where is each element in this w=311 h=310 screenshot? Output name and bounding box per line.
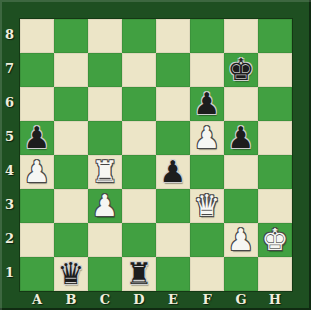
square-a1[interactable]	[20, 257, 54, 291]
square-c2[interactable]	[88, 223, 122, 257]
piece-white-rook-c4[interactable]: ♜	[88, 155, 122, 189]
square-g7[interactable]: ♚	[224, 53, 258, 87]
square-f4[interactable]	[190, 155, 224, 189]
square-f2[interactable]	[190, 223, 224, 257]
piece-black-pawn-a5[interactable]: ♟	[20, 121, 54, 155]
file-label-a: A	[20, 292, 54, 309]
square-c5[interactable]	[88, 121, 122, 155]
square-a6[interactable]	[20, 87, 54, 121]
square-a2[interactable]	[20, 223, 54, 257]
file-label-c: C	[88, 292, 122, 309]
square-d5[interactable]	[122, 121, 156, 155]
square-b7[interactable]	[54, 53, 88, 87]
square-a8[interactable]	[20, 19, 54, 53]
square-g6[interactable]	[224, 87, 258, 121]
rank-label-4: 4	[0, 154, 19, 188]
square-e1[interactable]	[156, 257, 190, 291]
file-label-d: D	[122, 292, 156, 309]
piece-black-rook-d1[interactable]: ♜	[122, 257, 156, 291]
square-c7[interactable]	[88, 53, 122, 87]
square-f6[interactable]: ♟	[190, 87, 224, 121]
square-e4[interactable]: ♟	[156, 155, 190, 189]
piece-black-king-g7[interactable]: ♚	[224, 53, 258, 87]
square-h3[interactable]	[258, 189, 292, 223]
square-c4[interactable]: ♜	[88, 155, 122, 189]
piece-white-king-h2[interactable]: ♚	[258, 223, 292, 257]
square-e5[interactable]	[156, 121, 190, 155]
rank-label-2: 2	[0, 222, 19, 256]
rank-label-7: 7	[0, 52, 19, 86]
square-g2[interactable]: ♟	[224, 223, 258, 257]
square-f5[interactable]: ♟	[190, 121, 224, 155]
square-g4[interactable]	[224, 155, 258, 189]
file-label-f: F	[190, 292, 224, 309]
piece-white-pawn-g2[interactable]: ♟	[224, 223, 258, 257]
file-label-e: E	[156, 292, 190, 309]
square-h4[interactable]	[258, 155, 292, 189]
chess-board-frame: ♚♟♟♟♟♟♜♟♟♛♟♚♛♜ 87654321 ABCDEFGH	[0, 0, 311, 310]
piece-black-queen-b1[interactable]: ♛	[54, 257, 88, 291]
square-c1[interactable]	[88, 257, 122, 291]
square-h7[interactable]	[258, 53, 292, 87]
square-d6[interactable]	[122, 87, 156, 121]
square-b8[interactable]	[54, 19, 88, 53]
square-g5[interactable]: ♟	[224, 121, 258, 155]
piece-white-pawn-f5[interactable]: ♟	[190, 121, 224, 155]
square-b2[interactable]	[54, 223, 88, 257]
piece-white-pawn-c3[interactable]: ♟	[88, 189, 122, 223]
square-b1[interactable]: ♛	[54, 257, 88, 291]
rank-label-5: 5	[0, 120, 19, 154]
rank-label-8: 8	[0, 18, 19, 52]
rank-label-3: 3	[0, 188, 19, 222]
square-d2[interactable]	[122, 223, 156, 257]
square-b5[interactable]	[54, 121, 88, 155]
square-g1[interactable]	[224, 257, 258, 291]
piece-black-pawn-g5[interactable]: ♟	[224, 121, 258, 155]
square-h5[interactable]	[258, 121, 292, 155]
square-h1[interactable]	[258, 257, 292, 291]
square-c3[interactable]: ♟	[88, 189, 122, 223]
square-f8[interactable]	[190, 19, 224, 53]
square-e6[interactable]	[156, 87, 190, 121]
square-a7[interactable]	[20, 53, 54, 87]
file-label-h: H	[258, 292, 292, 309]
square-g8[interactable]	[224, 19, 258, 53]
square-d4[interactable]	[122, 155, 156, 189]
piece-black-pawn-f6[interactable]: ♟	[190, 87, 224, 121]
square-e8[interactable]	[156, 19, 190, 53]
rank-label-6: 6	[0, 86, 19, 120]
file-label-g: G	[224, 292, 258, 309]
square-d7[interactable]	[122, 53, 156, 87]
square-d1[interactable]: ♜	[122, 257, 156, 291]
square-e7[interactable]	[156, 53, 190, 87]
square-f7[interactable]	[190, 53, 224, 87]
square-d8[interactable]	[122, 19, 156, 53]
square-c6[interactable]	[88, 87, 122, 121]
rank-label-1: 1	[0, 256, 19, 290]
chess-board: ♚♟♟♟♟♟♜♟♟♛♟♚♛♜	[19, 18, 293, 292]
square-a3[interactable]	[20, 189, 54, 223]
square-f1[interactable]	[190, 257, 224, 291]
square-h8[interactable]	[258, 19, 292, 53]
square-b4[interactable]	[54, 155, 88, 189]
square-a4[interactable]: ♟	[20, 155, 54, 189]
square-a5[interactable]: ♟	[20, 121, 54, 155]
square-b3[interactable]	[54, 189, 88, 223]
square-e3[interactable]	[156, 189, 190, 223]
square-g3[interactable]	[224, 189, 258, 223]
piece-white-pawn-a4[interactable]: ♟	[20, 155, 54, 189]
piece-black-pawn-e4[interactable]: ♟	[156, 155, 190, 189]
square-h2[interactable]: ♚	[258, 223, 292, 257]
square-b6[interactable]	[54, 87, 88, 121]
square-h6[interactable]	[258, 87, 292, 121]
piece-white-queen-f3[interactable]: ♛	[190, 189, 224, 223]
square-c8[interactable]	[88, 19, 122, 53]
file-label-b: B	[54, 292, 88, 309]
square-e2[interactable]	[156, 223, 190, 257]
square-d3[interactable]	[122, 189, 156, 223]
square-f3[interactable]: ♛	[190, 189, 224, 223]
